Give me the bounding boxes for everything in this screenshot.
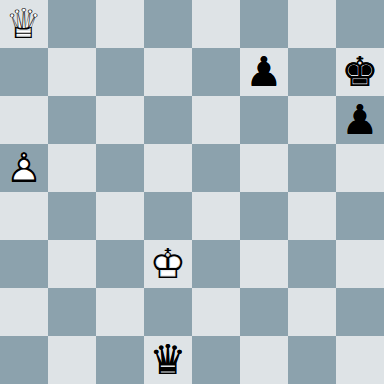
square-f4[interactable] [240,192,288,240]
square-c4[interactable] [96,192,144,240]
square-a3[interactable] [0,240,48,288]
square-f1[interactable] [240,336,288,384]
square-b2[interactable] [48,288,96,336]
square-b7[interactable] [48,48,96,96]
square-a7[interactable] [0,48,48,96]
square-b5[interactable] [48,144,96,192]
square-g2[interactable] [288,288,336,336]
square-f8[interactable] [240,0,288,48]
square-g5[interactable] [288,144,336,192]
square-b3[interactable] [48,240,96,288]
square-d8[interactable] [144,0,192,48]
square-g7[interactable] [288,48,336,96]
square-b8[interactable] [48,0,96,48]
square-a6[interactable] [0,96,48,144]
square-e8[interactable] [192,0,240,48]
black-queen-glyph-outline: ♛ [144,336,192,384]
square-f7[interactable]: ♟♟ [240,48,288,96]
white-pawn-glyph-outline: ♙ [0,144,48,192]
square-c1[interactable] [96,336,144,384]
white-queen-glyph-outline: ♕ [0,0,48,48]
square-c2[interactable] [96,288,144,336]
black-pawn-piece[interactable]: ♟♟ [336,96,384,144]
square-h6[interactable]: ♟♟ [336,96,384,144]
square-b1[interactable] [48,336,96,384]
black-pawn-glyph-outline: ♟ [336,96,384,144]
white-king-glyph-outline: ♔ [144,240,192,288]
square-f5[interactable] [240,144,288,192]
square-g6[interactable] [288,96,336,144]
square-f3[interactable] [240,240,288,288]
square-g4[interactable] [288,192,336,240]
square-c5[interactable] [96,144,144,192]
square-b6[interactable] [48,96,96,144]
square-f2[interactable] [240,288,288,336]
square-a4[interactable] [0,192,48,240]
white-king-piece[interactable]: ♚♔ [144,240,192,288]
square-b4[interactable] [48,192,96,240]
white-queen-piece[interactable]: ♛♕ [0,0,48,48]
square-c3[interactable] [96,240,144,288]
square-c7[interactable] [96,48,144,96]
black-king-piece[interactable]: ♚♚ [336,48,384,96]
black-pawn-glyph-outline: ♟ [240,48,288,96]
square-h5[interactable] [336,144,384,192]
square-h4[interactable] [336,192,384,240]
square-c6[interactable] [96,96,144,144]
square-h1[interactable] [336,336,384,384]
square-d4[interactable] [144,192,192,240]
chess-board: ♛♕♟♟♚♚♟♟♟♙♚♔♛♛ [0,0,384,384]
square-c8[interactable] [96,0,144,48]
square-a5[interactable]: ♟♙ [0,144,48,192]
square-d5[interactable] [144,144,192,192]
square-a2[interactable] [0,288,48,336]
square-d7[interactable] [144,48,192,96]
square-e4[interactable] [192,192,240,240]
square-f6[interactable] [240,96,288,144]
square-d2[interactable] [144,288,192,336]
square-e6[interactable] [192,96,240,144]
square-e2[interactable] [192,288,240,336]
square-g8[interactable] [288,0,336,48]
white-pawn-piece[interactable]: ♟♙ [0,144,48,192]
square-d3[interactable]: ♚♔ [144,240,192,288]
square-h8[interactable] [336,0,384,48]
square-e5[interactable] [192,144,240,192]
black-king-glyph-outline: ♚ [336,48,384,96]
square-h7[interactable]: ♚♚ [336,48,384,96]
square-h2[interactable] [336,288,384,336]
square-e1[interactable] [192,336,240,384]
square-e7[interactable] [192,48,240,96]
square-g1[interactable] [288,336,336,384]
square-a8[interactable]: ♛♕ [0,0,48,48]
square-a1[interactable] [0,336,48,384]
square-d6[interactable] [144,96,192,144]
square-g3[interactable] [288,240,336,288]
black-pawn-piece[interactable]: ♟♟ [240,48,288,96]
square-e3[interactable] [192,240,240,288]
square-d1[interactable]: ♛♛ [144,336,192,384]
black-queen-piece[interactable]: ♛♛ [144,336,192,384]
square-h3[interactable] [336,240,384,288]
